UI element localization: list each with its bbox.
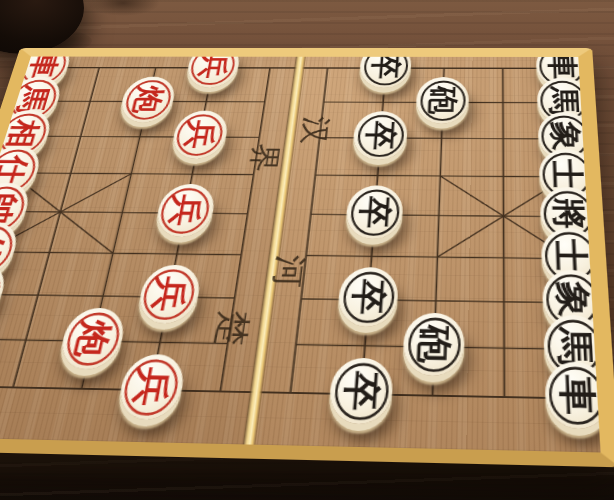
piece-character: 砲 [415,324,453,362]
piece-character: 仕 [0,232,9,265]
piece-character: 相 [3,119,42,148]
piece-character: 炮 [71,319,115,356]
piece-character: 象 [554,281,592,318]
piece-character: 卒 [341,371,381,411]
piece-character: 將 [551,197,587,230]
river-character: 河 [269,255,306,289]
piece-character: 卒 [349,279,387,315]
board-perspective-wrap: 汉界河楚 車馬相仕帥仕相馬車炮炮兵兵兵兵兵卒卒卒卒卒砲砲車馬象士將士象馬車 [0,48,614,467]
piece-character: 卒 [357,196,393,228]
piece-character: 砲 [427,86,459,114]
photo-stage: 汉界河楚 車馬相仕帥仕相馬車炮炮兵兵兵兵兵卒卒卒卒卒砲砲車馬象士將士象馬車 [0,0,614,500]
piece-character: 帥 [0,193,20,225]
piece-character: 士 [550,158,585,189]
board-playfield: 汉界河楚 車馬相仕帥仕相馬車炮炮兵兵兵兵兵卒卒卒卒卒砲砲車馬象士將士象馬車 [0,57,601,453]
piece-character: 象 [548,121,582,151]
piece-character: 車 [25,57,62,79]
river-character: 汉 [297,116,331,144]
piece-character: 馬 [14,85,52,112]
piece-character: 馬 [547,86,580,114]
piece-character: 士 [552,238,589,273]
piece-character: 卒 [369,57,401,79]
piece-character: 卒 [363,121,397,150]
piece-character: 仕 [0,155,32,185]
river-character: 楚 [211,310,251,346]
piece-character: 兵 [196,57,231,79]
piece-character: 馬 [555,327,594,366]
piece-character: 炮 [130,85,167,113]
piece-character: 車 [557,374,597,415]
river-character: 界 [246,143,281,172]
piece-character: 兵 [148,276,189,312]
piece-character: 兵 [166,194,205,226]
xiangqi-board: 汉界河楚 車馬相仕帥仕相馬車炮炮兵兵兵兵兵卒卒卒卒卒砲砲車馬象士將士象馬車 [0,48,614,467]
piece-character: 兵 [181,120,218,149]
piece-character: 車 [546,57,578,80]
piece-character: 兵 [129,367,173,407]
